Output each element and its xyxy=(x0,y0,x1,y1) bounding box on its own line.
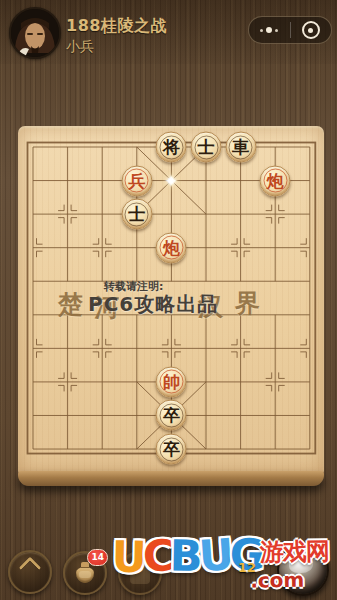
piece-炮-red[interactable]: 炮 xyxy=(260,165,291,196)
miniprogram-capsule xyxy=(248,16,332,44)
piece-glyph: 兵 xyxy=(128,172,145,189)
close-icon xyxy=(302,21,320,39)
hint-count-badge: 14 xyxy=(87,549,108,566)
piece-glyph: 士 xyxy=(198,139,215,156)
watermark-letter: B xyxy=(170,529,200,581)
expand-button[interactable] xyxy=(8,550,52,594)
avatar[interactable] xyxy=(9,7,61,59)
level-title: 188桂陵之战 xyxy=(66,16,167,37)
hint-bag-button[interactable]: 14 xyxy=(63,551,107,595)
piece-卒-black[interactable]: 卒 xyxy=(156,400,187,431)
watermark-line1: 转载请注明: xyxy=(104,281,268,293)
help-button[interactable] xyxy=(118,551,162,595)
piece-glyph: 将 xyxy=(163,139,180,156)
close-button[interactable] xyxy=(291,17,332,43)
app-screen: 188桂陵之战 小兵 楚河汉界 转载请注明: PC6攻略出品 将士車兵炮士炮帥卒… xyxy=(0,0,337,600)
board-watermark: 转载请注明: PC6攻略出品 xyxy=(88,281,268,315)
piece-glyph: 炮 xyxy=(267,172,284,189)
piece-glyph: 炮 xyxy=(163,239,180,256)
difficulty-label: 小兵 xyxy=(66,38,94,56)
avatar-portrait xyxy=(11,9,59,57)
piece-士-black[interactable]: 士 xyxy=(191,132,222,163)
piece-将-black[interactable]: 将 xyxy=(156,132,187,163)
piece-兵-red[interactable]: 兵 xyxy=(121,165,152,196)
piece-glyph: 卒 xyxy=(163,441,180,458)
piece-卒-black[interactable]: 卒 xyxy=(156,434,187,465)
piece-車-black[interactable]: 車 xyxy=(225,132,256,163)
xiangqi-board[interactable]: 楚河汉界 转载请注明: PC6攻略出品 将士車兵炮士炮帥卒卒 ✦✦ xyxy=(18,126,324,473)
piece-glyph: 士 xyxy=(128,206,145,223)
watermark-letter: U xyxy=(197,528,231,582)
gold-number: 12 xyxy=(238,560,256,575)
scroll-icon xyxy=(130,562,150,584)
chevron-up-icon xyxy=(19,556,42,579)
more-icon xyxy=(260,27,278,33)
piece-glyph: 車 xyxy=(232,139,249,156)
piece-glyph: 帥 xyxy=(163,373,180,390)
dark-sphere-button[interactable] xyxy=(277,544,329,596)
more-button[interactable] xyxy=(249,17,290,43)
river-character: 楚 xyxy=(58,288,83,321)
piece-炮-red[interactable]: 炮 xyxy=(156,232,187,263)
watermark-line2: PC6攻略出品 xyxy=(88,294,268,315)
piece-士-black[interactable]: 士 xyxy=(121,199,152,230)
piece-glyph: 卒 xyxy=(163,407,180,424)
piece-帥-red[interactable]: 帥 xyxy=(156,366,187,397)
money-bag-icon xyxy=(76,567,94,583)
board-edge-bevel xyxy=(18,471,324,486)
